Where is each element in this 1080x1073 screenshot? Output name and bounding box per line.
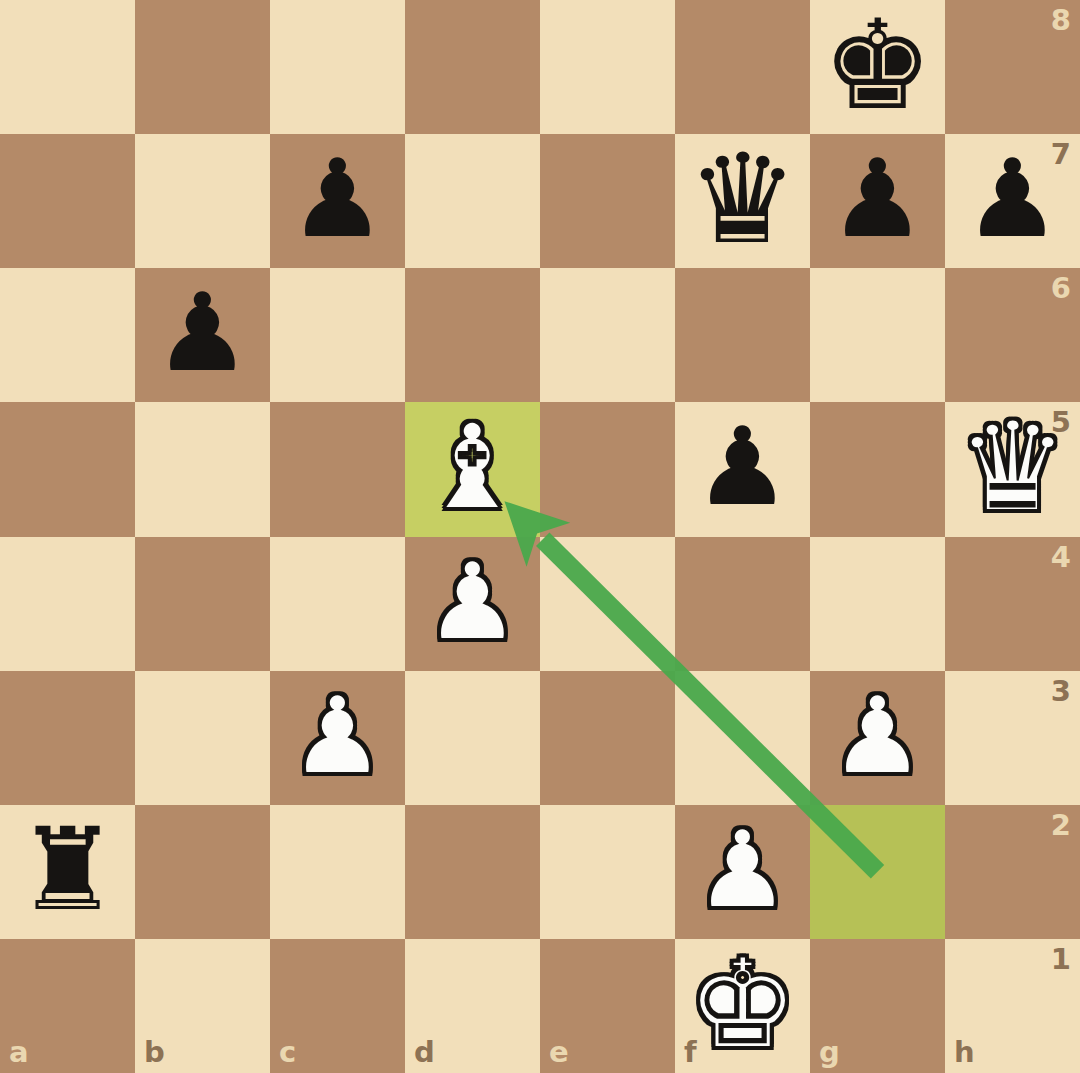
square-h3[interactable]: 3: [945, 671, 1080, 805]
rank-label-3: 3: [1051, 677, 1071, 706]
square-d3[interactable]: [405, 671, 540, 805]
square-e7[interactable]: [540, 134, 675, 268]
square-g7[interactable]: ♟: [810, 134, 945, 268]
rank-label-6: 6: [1051, 274, 1071, 303]
square-b3[interactable]: [135, 671, 270, 805]
square-b7[interactable]: [135, 134, 270, 268]
square-g8[interactable]: ♚: [810, 0, 945, 134]
square-d7[interactable]: [405, 134, 540, 268]
square-d8[interactable]: [405, 0, 540, 134]
square-h8[interactable]: 8: [945, 0, 1080, 134]
file-label-f: f: [684, 1038, 697, 1067]
square-c3[interactable]: ♟: [270, 671, 405, 805]
white-pawn-c3[interactable]: ♟: [289, 682, 386, 790]
square-a6[interactable]: [0, 268, 135, 402]
square-c5[interactable]: [270, 402, 405, 536]
square-a8[interactable]: [0, 0, 135, 134]
file-label-g: g: [819, 1038, 840, 1067]
white-king-f1[interactable]: ♚: [687, 942, 798, 1066]
square-f6[interactable]: [675, 268, 810, 402]
black-pawn-f5[interactable]: ♟: [694, 413, 791, 521]
file-label-c: c: [279, 1038, 296, 1067]
square-a4[interactable]: [0, 537, 135, 671]
chess-board: ♚8♟♛♟♟7♟6♝♟♛5♟4♟♟3♜♟2abcde♚fgh1: [0, 0, 1080, 1073]
file-label-h: h: [954, 1038, 975, 1067]
square-a1[interactable]: a: [0, 939, 135, 1073]
square-b1[interactable]: b: [135, 939, 270, 1073]
chess-app: ♚8♟♛♟♟7♟6♝♟♛5♟4♟♟3♜♟2abcde♚fgh1: [0, 0, 1080, 1073]
black-pawn-g7[interactable]: ♟: [829, 145, 926, 253]
rank-label-5: 5: [1051, 408, 1071, 437]
square-c1[interactable]: c: [270, 939, 405, 1073]
square-c4[interactable]: [270, 537, 405, 671]
file-label-a: a: [9, 1038, 29, 1067]
black-rook-a2[interactable]: ♜: [16, 813, 118, 927]
square-f1[interactable]: ♚f: [675, 939, 810, 1073]
square-e3[interactable]: [540, 671, 675, 805]
square-f3[interactable]: [675, 671, 810, 805]
rank-label-4: 4: [1051, 543, 1071, 572]
square-c8[interactable]: [270, 0, 405, 134]
white-pawn-g3[interactable]: ♟: [829, 682, 926, 790]
file-label-d: d: [414, 1038, 435, 1067]
square-d6[interactable]: [405, 268, 540, 402]
square-d2[interactable]: [405, 805, 540, 939]
square-g2[interactable]: [810, 805, 945, 939]
file-label-e: e: [549, 1038, 569, 1067]
square-a2[interactable]: ♜: [0, 805, 135, 939]
square-c6[interactable]: [270, 268, 405, 402]
square-f8[interactable]: [675, 0, 810, 134]
square-e2[interactable]: [540, 805, 675, 939]
square-c2[interactable]: [270, 805, 405, 939]
square-h6[interactable]: 6: [945, 268, 1080, 402]
square-f5[interactable]: ♟: [675, 402, 810, 536]
square-a5[interactable]: [0, 402, 135, 536]
square-a7[interactable]: [0, 134, 135, 268]
square-a3[interactable]: [0, 671, 135, 805]
square-g4[interactable]: [810, 537, 945, 671]
square-c7[interactable]: ♟: [270, 134, 405, 268]
square-g1[interactable]: g: [810, 939, 945, 1073]
square-e1[interactable]: e: [540, 939, 675, 1073]
square-b8[interactable]: [135, 0, 270, 134]
rank-label-8: 8: [1051, 6, 1071, 35]
square-f2[interactable]: ♟: [675, 805, 810, 939]
rank-label-2: 2: [1051, 811, 1071, 840]
square-e4[interactable]: [540, 537, 675, 671]
black-pawn-c7[interactable]: ♟: [289, 145, 386, 253]
square-f7[interactable]: ♛: [675, 134, 810, 268]
square-d5[interactable]: ♝: [405, 402, 540, 536]
square-b6[interactable]: ♟: [135, 268, 270, 402]
square-d4[interactable]: ♟: [405, 537, 540, 671]
rank-label-1: 1: [1051, 945, 1071, 974]
black-queen-f7[interactable]: ♛: [687, 137, 798, 261]
file-label-b: b: [144, 1038, 165, 1067]
square-g5[interactable]: [810, 402, 945, 536]
square-g6[interactable]: [810, 268, 945, 402]
square-h7[interactable]: ♟7: [945, 134, 1080, 268]
square-g3[interactable]: ♟: [810, 671, 945, 805]
square-e5[interactable]: [540, 402, 675, 536]
square-d1[interactable]: d: [405, 939, 540, 1073]
square-f4[interactable]: [675, 537, 810, 671]
white-pawn-d4[interactable]: ♟: [424, 548, 521, 656]
square-b4[interactable]: [135, 537, 270, 671]
square-e6[interactable]: [540, 268, 675, 402]
black-pawn-h7[interactable]: ♟: [964, 145, 1061, 253]
square-b2[interactable]: [135, 805, 270, 939]
square-h4[interactable]: 4: [945, 537, 1080, 671]
white-bishop-d5[interactable]: ♝: [420, 408, 526, 526]
square-b5[interactable]: [135, 402, 270, 536]
square-h2[interactable]: 2: [945, 805, 1080, 939]
rank-label-7: 7: [1051, 140, 1071, 169]
square-h1[interactable]: h1: [945, 939, 1080, 1073]
square-e8[interactable]: [540, 0, 675, 134]
white-pawn-f2[interactable]: ♟: [694, 816, 791, 924]
black-king-g8[interactable]: ♚: [822, 3, 933, 127]
black-pawn-b6[interactable]: ♟: [154, 279, 251, 387]
square-h5[interactable]: ♛5: [945, 402, 1080, 536]
